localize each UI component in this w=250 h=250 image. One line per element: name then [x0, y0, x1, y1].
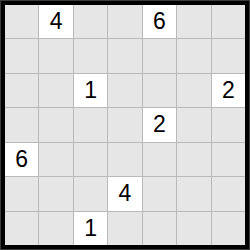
- cell-r2c4[interactable]: [108, 39, 141, 72]
- nurikabe-board: 46122641: [1, 1, 249, 249]
- clue-cell-r4c5: 2: [143, 108, 176, 141]
- cell-r5c5[interactable]: [143, 143, 176, 176]
- cell-r7c1[interactable]: [5, 212, 38, 245]
- cell-r7c2[interactable]: [39, 212, 72, 245]
- cell-r7c5[interactable]: [143, 212, 176, 245]
- cell-r4c7[interactable]: [212, 108, 245, 141]
- cell-r1c4[interactable]: [108, 5, 141, 38]
- clue-cell-r7c3: 1: [74, 212, 107, 245]
- cell-r4c4[interactable]: [108, 108, 141, 141]
- cell-r2c2[interactable]: [39, 39, 72, 72]
- cell-r6c3[interactable]: [74, 177, 107, 210]
- cell-r4c6[interactable]: [177, 108, 210, 141]
- cell-r5c3[interactable]: [74, 143, 107, 176]
- clue-cell-r5c1: 6: [5, 143, 38, 176]
- cell-r1c1[interactable]: [5, 5, 38, 38]
- cell-r7c6[interactable]: [177, 212, 210, 245]
- cell-r6c1[interactable]: [5, 177, 38, 210]
- clue-cell-r3c3: 1: [74, 74, 107, 107]
- cell-r3c5[interactable]: [143, 74, 176, 107]
- cell-r3c1[interactable]: [5, 74, 38, 107]
- cell-r5c2[interactable]: [39, 143, 72, 176]
- cell-r1c6[interactable]: [177, 5, 210, 38]
- cell-r3c6[interactable]: [177, 74, 210, 107]
- cell-r7c4[interactable]: [108, 212, 141, 245]
- cell-r2c1[interactable]: [5, 39, 38, 72]
- cell-r6c6[interactable]: [177, 177, 210, 210]
- cell-r2c7[interactable]: [212, 39, 245, 72]
- cell-r4c3[interactable]: [74, 108, 107, 141]
- cell-r3c2[interactable]: [39, 74, 72, 107]
- clue-cell-r1c5: 6: [143, 5, 176, 38]
- puzzle-frame: 46122641: [0, 0, 250, 250]
- clue-cell-r3c7: 2: [212, 74, 245, 107]
- cell-r6c2[interactable]: [39, 177, 72, 210]
- cell-r2c3[interactable]: [74, 39, 107, 72]
- clue-cell-r1c2: 4: [39, 5, 72, 38]
- cell-r2c6[interactable]: [177, 39, 210, 72]
- cell-r6c5[interactable]: [143, 177, 176, 210]
- cell-r5c7[interactable]: [212, 143, 245, 176]
- cell-r4c1[interactable]: [5, 108, 38, 141]
- cell-r7c7[interactable]: [212, 212, 245, 245]
- cell-r5c6[interactable]: [177, 143, 210, 176]
- cell-r1c7[interactable]: [212, 5, 245, 38]
- clue-cell-r6c4: 4: [108, 177, 141, 210]
- cell-r4c2[interactable]: [39, 108, 72, 141]
- cell-r5c4[interactable]: [108, 143, 141, 176]
- cell-r3c4[interactable]: [108, 74, 141, 107]
- cell-r1c3[interactable]: [74, 5, 107, 38]
- cell-r2c5[interactable]: [143, 39, 176, 72]
- cell-r6c7[interactable]: [212, 177, 245, 210]
